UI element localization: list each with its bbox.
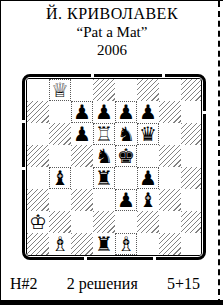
square-g5 xyxy=(159,145,181,167)
page-cut-bottom-bar xyxy=(1,300,223,305)
chess-board-frame: ♕♟♟♟♟♟♖♞♛♞♚♝♜♟♟♝♔♗♜♗ xyxy=(22,74,206,260)
square-c2 xyxy=(71,211,93,233)
square-f8 xyxy=(137,79,159,101)
square-b3 xyxy=(49,189,71,211)
square-e8 xyxy=(115,79,137,101)
square-e3: ♟ xyxy=(115,189,137,211)
square-h3 xyxy=(181,189,202,211)
square-c4 xyxy=(71,167,93,189)
piece-WQ: ♕ xyxy=(51,79,69,101)
piece-BR: ♜ xyxy=(95,233,113,255)
square-c1 xyxy=(71,233,93,255)
square-d5: ♞ xyxy=(93,145,115,167)
square-d6: ♖ xyxy=(93,123,115,145)
piece-BN: ♞ xyxy=(117,123,135,145)
square-d4: ♜ xyxy=(93,167,115,189)
piece-BP: ♟ xyxy=(117,101,135,123)
page-cut-dashed-line xyxy=(218,1,220,305)
square-b1: ♗ xyxy=(49,233,71,255)
square-g3 xyxy=(159,189,181,211)
square-a5 xyxy=(27,145,49,167)
square-h8 xyxy=(181,79,202,101)
piece-BP: ♟ xyxy=(73,101,91,123)
piece-BN: ♞ xyxy=(95,145,113,167)
piece-BP: ♟ xyxy=(139,101,157,123)
chess-board: ♕♟♟♟♟♟♖♞♛♞♚♝♜♟♟♝♔♗♜♗ xyxy=(26,78,202,256)
square-f6: ♛ xyxy=(137,123,159,145)
source-title: “Pat a Mat” xyxy=(1,23,223,41)
square-c8 xyxy=(71,79,93,101)
piece-BB: ♝ xyxy=(139,189,157,211)
square-h4 xyxy=(181,167,202,189)
square-e5: ♚ xyxy=(115,145,137,167)
border-notch xyxy=(84,256,87,261)
border-notch xyxy=(21,120,26,123)
square-d3 xyxy=(93,189,115,211)
square-f1 xyxy=(137,233,159,255)
square-b2 xyxy=(49,211,71,233)
piece-WK: ♔ xyxy=(29,211,47,233)
square-g6 xyxy=(159,123,181,145)
square-g4 xyxy=(159,167,181,189)
composer-name: Й. КРИВОЛАВЕК xyxy=(1,5,223,23)
publication-year: 2006 xyxy=(1,41,223,59)
square-a4 xyxy=(27,167,49,189)
square-a3 xyxy=(27,189,49,211)
border-notch xyxy=(153,256,156,261)
square-b7 xyxy=(49,101,71,123)
square-b6 xyxy=(49,123,71,145)
piece-BP: ♟ xyxy=(95,101,113,123)
square-e2 xyxy=(115,211,137,233)
square-d2 xyxy=(93,211,115,233)
square-g8 xyxy=(159,79,181,101)
square-a7 xyxy=(27,101,49,123)
square-h1 xyxy=(181,233,202,255)
problem-caption: H#2 2 решения 5+15 xyxy=(1,275,210,293)
square-f3: ♝ xyxy=(137,189,159,211)
square-f2 xyxy=(137,211,159,233)
square-e6: ♞ xyxy=(115,123,137,145)
piece-BR: ♜ xyxy=(95,167,113,189)
square-b5 xyxy=(49,145,71,167)
square-d1: ♜ xyxy=(93,233,115,255)
piece-BP: ♟ xyxy=(73,123,91,145)
square-f5 xyxy=(137,145,159,167)
piece-BB: ♝ xyxy=(51,167,69,189)
square-d7: ♟ xyxy=(93,101,115,123)
square-b8: ♕ xyxy=(49,79,71,101)
square-c6: ♟ xyxy=(71,123,93,145)
square-h2 xyxy=(181,211,202,233)
square-h6 xyxy=(181,123,202,145)
square-c3 xyxy=(71,189,93,211)
problem-header: Й. КРИВОЛАВЕК “Pat a Mat” 2006 xyxy=(1,1,223,59)
square-c5 xyxy=(71,145,93,167)
square-h5 xyxy=(181,145,202,167)
square-e4 xyxy=(115,167,137,189)
magazine-clipping: Й. КРИВОЛАВЕК “Pat a Mat” 2006 ♕♟♟♟♟♟♖♞♛… xyxy=(0,0,223,305)
square-d8 xyxy=(93,79,115,101)
square-e7: ♟ xyxy=(115,101,137,123)
border-notch xyxy=(21,167,26,170)
square-a6 xyxy=(27,123,49,145)
piece-BQ: ♛ xyxy=(139,123,157,145)
square-a8 xyxy=(27,79,49,101)
square-b4: ♝ xyxy=(49,167,71,189)
material-count: 5+15 xyxy=(167,275,200,293)
solutions-count: 2 решения xyxy=(67,275,138,293)
border-notch xyxy=(202,111,207,114)
square-g2 xyxy=(159,211,181,233)
square-f7: ♟ xyxy=(137,101,159,123)
piece-BK: ♚ xyxy=(117,145,135,167)
piece-BP: ♟ xyxy=(117,189,135,211)
square-h7 xyxy=(181,101,202,123)
stipulation: H#2 xyxy=(10,275,38,293)
piece-WR: ♖ xyxy=(95,123,113,145)
square-g1 xyxy=(159,233,181,255)
square-f4: ♟ xyxy=(137,167,159,189)
square-g7 xyxy=(159,101,181,123)
border-notch xyxy=(162,73,165,78)
piece-WB: ♗ xyxy=(117,233,135,255)
square-c7: ♟ xyxy=(71,101,93,123)
square-e1: ♗ xyxy=(115,233,137,255)
square-a1 xyxy=(27,233,49,255)
square-a2: ♔ xyxy=(27,211,49,233)
border-notch xyxy=(91,73,94,78)
piece-BP: ♟ xyxy=(139,167,157,189)
piece-WB: ♗ xyxy=(51,233,69,255)
